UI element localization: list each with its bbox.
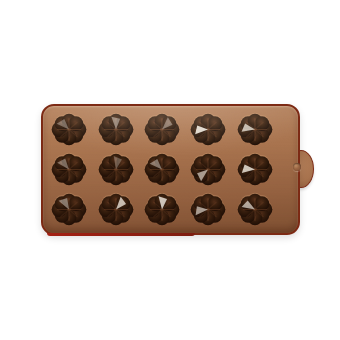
clover-cavity	[48, 151, 90, 188]
cavity-cell	[139, 110, 185, 150]
cavity-cell	[46, 189, 92, 229]
clover-cavity	[234, 151, 276, 188]
clover-cavity	[95, 151, 137, 188]
cavity-grid	[43, 106, 298, 233]
red-base-edge	[47, 233, 195, 236]
cavity-cell	[232, 150, 278, 190]
clover-cavity	[187, 191, 229, 228]
clover-cavity	[141, 111, 183, 148]
clover-cavity	[141, 151, 183, 188]
clover-cavity	[187, 151, 229, 188]
tab-hole	[293, 163, 301, 171]
chocolate-mold-tray	[41, 104, 300, 235]
cavity-cell	[139, 150, 185, 190]
cavity-cell	[185, 150, 231, 190]
cavity-cell	[46, 110, 92, 150]
clover-cavity	[187, 111, 229, 148]
cavity-cell	[46, 150, 92, 190]
cavity-cell	[139, 189, 185, 229]
cavity-cell	[232, 189, 278, 229]
clover-cavity	[95, 191, 137, 228]
clover-cavity	[141, 191, 183, 228]
cavity-cell	[185, 189, 231, 229]
clover-cavity	[234, 191, 276, 228]
clover-cavity	[48, 111, 90, 148]
cavity-cell	[185, 110, 231, 150]
cavity-cell	[92, 150, 138, 190]
cavity-cell	[92, 189, 138, 229]
photo-background	[0, 0, 340, 340]
clover-cavity	[95, 111, 137, 148]
cavity-cell	[92, 110, 138, 150]
cavity-cell	[232, 110, 278, 150]
clover-cavity	[48, 191, 90, 228]
clover-cavity	[234, 111, 276, 148]
